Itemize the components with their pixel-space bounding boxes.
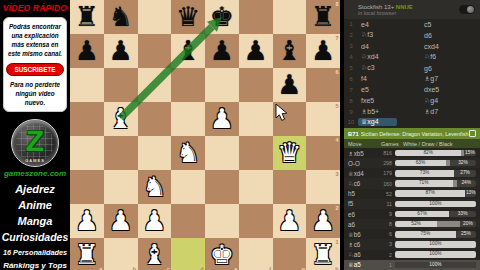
subscribe-button[interactable]: SUSCRIBETE — [6, 63, 64, 76]
square-b2[interactable]: ♟ — [104, 204, 138, 238]
video-title: VÍDEO RÁPIDO — [0, 3, 70, 13]
move-white-7[interactable]: e5 — [358, 86, 421, 93]
analysis-panel: Stockfish 13+ NNUE in local browser 1e4c… — [344, 0, 480, 270]
win-rate-bar: 100% — [395, 241, 476, 248]
win-rate-bar: 63%32% — [395, 160, 476, 167]
move-black-1[interactable]: c5 — [421, 21, 480, 28]
move-row-4: 4♘xd4♘f6 — [344, 52, 480, 63]
square-c6[interactable] — [138, 68, 172, 102]
piece-white-pawn-e5[interactable]: ♟ — [205, 102, 239, 136]
square-e6[interactable] — [205, 68, 239, 102]
move-white-8[interactable]: fxe5 — [358, 97, 421, 104]
square-c7[interactable] — [138, 34, 172, 68]
square-b1[interactable]: b — [104, 238, 138, 270]
white-win-segment: 100% — [395, 201, 476, 208]
explorer-move: ♗xb5 — [348, 150, 378, 157]
piece-black-king-e8[interactable]: ♚ — [205, 0, 239, 34]
square-a8[interactable]: ♜ — [70, 0, 104, 34]
piece-white-pawn-c2[interactable]: ♟ — [138, 204, 172, 238]
square-g1[interactable]: g — [273, 238, 307, 270]
piece-black-queen-d8[interactable]: ♛ — [171, 0, 205, 34]
win-rate-bar: 100% — [395, 201, 476, 208]
col-move: Move — [344, 141, 381, 147]
piece-black-pawn-b7[interactable]: ♟ — [104, 34, 138, 68]
white-win-segment: 82% — [395, 150, 461, 157]
piece-black-rook-h8[interactable]: ♜ — [306, 0, 340, 34]
coord-file-f: f — [269, 266, 271, 270]
explorer-move: ♕b6 — [348, 231, 378, 238]
square-c2[interactable]: ♟ — [138, 204, 172, 238]
explorer-move: h5 — [348, 190, 378, 197]
move-black-2[interactable]: d6 — [421, 32, 480, 39]
explorer-row-xd4[interactable]: ♕xd417973%27% — [344, 168, 480, 178]
explorer-row-c6[interactable]: ♘c616071%24% — [344, 178, 480, 188]
square-g7[interactable]: ♝ — [273, 34, 307, 68]
explorer-games-count: 179 — [378, 170, 395, 176]
square-d5[interactable] — [171, 102, 205, 136]
black-win-segment: 24% — [457, 180, 476, 187]
white-win-segment: 67% — [395, 211, 449, 218]
piece-white-rook-h1[interactable]: ♜ — [306, 238, 340, 270]
square-c5[interactable] — [138, 102, 172, 136]
square-a1[interactable]: ♜a — [70, 238, 104, 270]
square-h8[interactable]: ♜8 — [306, 0, 340, 34]
win-rate-bar: 100% — [395, 251, 476, 258]
piece-black-pawn-f7[interactable]: ♟ — [239, 34, 273, 68]
explorer-move: a6 — [348, 221, 378, 228]
move-row-5: 5♘c3g6 — [344, 63, 480, 74]
piece-white-knight-c3[interactable]: ♞ — [138, 170, 172, 204]
screenshot-root: VÍDEO RÁPIDO Podrás encontrar una explic… — [0, 0, 480, 270]
white-win-segment: 100% — [395, 241, 476, 248]
menu-item-4: Curiosidades — [0, 231, 70, 243]
explorer-row-xb5[interactable]: ♗xb581682%15% — [344, 148, 480, 158]
square-b7[interactable]: ♟ — [104, 34, 138, 68]
black-win-segment: 33% — [449, 211, 476, 218]
win-rate-bar: 75%25% — [395, 231, 476, 238]
square-b5[interactable]: ♝ — [104, 102, 138, 136]
move-row-1: 1e4c5 — [344, 19, 480, 30]
square-f2[interactable] — [239, 204, 273, 238]
engine-bar: Stockfish 13+ NNUE in local browser — [344, 0, 480, 19]
square-d1[interactable]: d — [171, 238, 205, 270]
square-f3[interactable] — [239, 170, 273, 204]
move-black-4[interactable]: ♘f6 — [421, 53, 480, 61]
square-a3[interactable] — [70, 170, 104, 204]
square-h1[interactable]: ♜1h — [306, 238, 340, 270]
engine-toggle[interactable] — [459, 5, 475, 14]
square-g4[interactable]: ♛ — [273, 136, 307, 170]
explorer-move: ♕a5 — [348, 261, 378, 268]
explorer-move: ♕xd4 — [348, 170, 378, 177]
move-list: 1e4c52♘f3d63d4cxd44♘xd4♘f65♘c3g66f4♗g77e… — [344, 19, 480, 128]
piece-black-rook-a8[interactable]: ♜ — [70, 0, 104, 34]
square-c4[interactable] — [138, 136, 172, 170]
square-h2[interactable]: ♟2 — [306, 204, 340, 238]
square-e5[interactable]: ♟ — [205, 102, 239, 136]
square-a4[interactable] — [70, 136, 104, 170]
square-c1[interactable]: ♝c — [138, 238, 172, 270]
square-a6[interactable] — [70, 68, 104, 102]
square-f6[interactable] — [239, 68, 273, 102]
piece-black-knight-b8[interactable]: ♞ — [104, 0, 138, 34]
piece-black-pawn-g6[interactable]: ♟ — [273, 68, 307, 102]
square-c3[interactable]: ♞ — [138, 170, 172, 204]
square-e7[interactable]: ♟ — [205, 34, 239, 68]
win-rate-bar: 82%15% — [395, 150, 476, 157]
explorer-settings-icon[interactable] — [469, 130, 476, 137]
move-row-3: 3d4cxd4 — [344, 41, 480, 52]
explorer-move: ♗c6 — [348, 241, 378, 248]
explorer-move: e6 — [348, 211, 378, 218]
move-number: 8 — [344, 98, 358, 104]
logo-z-letter: Z — [12, 121, 58, 161]
menu-item-1: Ajedrez — [0, 183, 70, 195]
site-url: gameszone.com — [0, 169, 70, 178]
draw-segment — [437, 221, 460, 228]
white-win-segment: 75% — [395, 231, 456, 238]
explorer-row-b6[interactable]: ♕b6675%25% — [344, 229, 480, 239]
explorer-row-c6[interactable]: ♗c63100% — [344, 239, 480, 249]
square-g8[interactable] — [273, 0, 307, 34]
square-h4[interactable]: 4 — [306, 136, 340, 170]
square-e3[interactable] — [205, 170, 239, 204]
explorer-row-f5[interactable]: f511100% — [344, 199, 480, 209]
explorer-games-count: 1 — [378, 262, 395, 268]
square-d4[interactable]: ♞ — [171, 136, 205, 170]
info-text-top: Podrás encontrar una explicación más ext… — [6, 22, 64, 59]
square-b4[interactable] — [104, 136, 138, 170]
piece-white-pawn-a2[interactable]: ♟ — [70, 204, 104, 238]
explorer-move: f5 — [348, 200, 378, 207]
move-number: 3 — [344, 43, 358, 49]
move-white-1[interactable]: e4 — [358, 21, 421, 28]
col-games: Games — [381, 141, 403, 147]
square-d7[interactable]: ♝ — [171, 34, 205, 68]
coord-rank-3: 3 — [335, 171, 338, 177]
move-row-9: 9♗b5+♗d7 — [344, 106, 480, 117]
square-d8[interactable]: ♛ — [171, 0, 205, 34]
coord-file-b: b — [133, 266, 136, 270]
square-f4[interactable] — [239, 136, 273, 170]
engine-subtitle: in local browser — [358, 10, 459, 16]
move-number: 7 — [344, 87, 358, 93]
square-f7[interactable]: ♟ — [239, 34, 273, 68]
win-rate-bar: 67%33% — [395, 211, 476, 218]
explorer-games-count: 8 — [378, 221, 395, 227]
move-row-7: 7e5dxe5 — [344, 84, 480, 95]
piece-white-queen-g4[interactable]: ♛ — [273, 136, 307, 170]
square-b3[interactable] — [104, 170, 138, 204]
square-h6[interactable]: 6 — [306, 68, 340, 102]
move-white-5[interactable]: ♘c3 — [358, 64, 421, 72]
white-win-segment: 52% — [395, 221, 437, 228]
square-d6[interactable] — [171, 68, 205, 102]
square-h5[interactable]: 5 — [306, 102, 340, 136]
move-number: 9 — [344, 109, 358, 115]
move-white-3[interactable]: d4 — [358, 43, 421, 50]
square-e4[interactable] — [205, 136, 239, 170]
move-number: 5 — [344, 65, 358, 71]
move-black-6[interactable]: ♗g7 — [421, 75, 480, 83]
move-row-10: 10♕xg4 — [344, 117, 480, 128]
info-card: Podrás encontrar una explicación más ext… — [3, 17, 67, 112]
explorer-games-count: 2 — [378, 252, 395, 258]
opening-name: Sicilian Defense: Dragon Variation, Leve… — [361, 131, 469, 137]
coord-rank-4: 4 — [335, 137, 338, 143]
move-number: 10 — [344, 119, 358, 125]
black-win-segment: 27% — [454, 170, 476, 177]
move-number: 2 — [344, 32, 358, 38]
black-win-segment: 32% — [450, 160, 476, 167]
square-a7[interactable]: ♟ — [70, 34, 104, 68]
explorer-row-a6[interactable]: ♘a62100% — [344, 250, 480, 260]
move-black-5[interactable]: g6 — [421, 65, 480, 72]
white-win-segment: 71% — [395, 180, 453, 187]
move-black-7[interactable]: dxe5 — [421, 86, 480, 93]
move-white-6[interactable]: f4 — [358, 75, 421, 82]
toggle-knob — [467, 6, 474, 13]
piece-white-bishop-c1[interactable]: ♝ — [138, 238, 172, 270]
move-black-8[interactable]: ♘g4 — [421, 97, 480, 105]
move-number: 4 — [344, 54, 358, 60]
piece-white-knight-d4[interactable]: ♞ — [171, 136, 205, 170]
square-e8[interactable]: ♚ — [205, 0, 239, 34]
square-a2[interactable]: ♟ — [70, 204, 104, 238]
square-b8[interactable]: ♞ — [104, 0, 138, 34]
explorer-move: ♘a6 — [348, 251, 378, 258]
piece-white-king-e1[interactable]: ♚ — [205, 238, 239, 270]
opening-bar: B71 Sicilian Defense: Dragon Variation, … — [344, 128, 480, 139]
square-g5[interactable] — [273, 102, 307, 136]
explorer-games-count: 6 — [378, 231, 395, 237]
move-row-8: 8fxe5♘g4 — [344, 95, 480, 106]
move-black-9[interactable]: ♗d7 — [421, 108, 480, 116]
explorer-games-count: 3 — [378, 241, 395, 247]
move-white-9[interactable]: ♗b5+ — [358, 108, 421, 116]
black-win-segment: 15% — [464, 150, 476, 157]
square-h3[interactable]: 3 — [306, 170, 340, 204]
info-text-bottom: Para no perderte ningún video nuevo. — [6, 80, 64, 107]
piece-black-pawn-h7[interactable]: ♟ — [306, 34, 340, 68]
black-win-segment: 100% — [395, 262, 476, 269]
square-e1[interactable]: ♚e — [205, 238, 239, 270]
move-number: 1 — [344, 21, 358, 27]
coord-file-g: g — [301, 266, 304, 270]
menu-item-2: Anime — [0, 199, 70, 211]
explorer-games-count: 816 — [378, 150, 395, 156]
win-rate-bar: 87%13% — [395, 190, 476, 197]
square-f1[interactable]: f — [239, 238, 273, 270]
piece-white-pawn-h2[interactable]: ♟ — [306, 204, 340, 238]
square-b6[interactable] — [104, 68, 138, 102]
eco-code: B71 — [348, 131, 359, 137]
explorer-row-a6[interactable]: a6852%20% — [344, 219, 480, 229]
win-rate-bar: 52%20% — [395, 221, 476, 228]
explorer-games-count: 52 — [378, 191, 395, 197]
move-number: 6 — [344, 76, 358, 82]
explorer-games-count: 298 — [378, 160, 395, 166]
explorer-rows: ♗xb581682%15%O-O29863%32%♕xd417973%27%♘c… — [344, 148, 480, 270]
black-win-segment: 25% — [456, 231, 476, 238]
explorer-row-a5[interactable]: ♕a51100% — [344, 260, 480, 270]
square-f8[interactable] — [239, 0, 273, 34]
piece-white-rook-a1[interactable]: ♜ — [70, 238, 104, 270]
explorer-move: O-O — [348, 160, 378, 167]
square-g2[interactable]: ♟ — [273, 204, 307, 238]
square-a5[interactable] — [70, 102, 104, 136]
square-h7[interactable]: ♟7 — [306, 34, 340, 68]
square-d3[interactable] — [171, 170, 205, 204]
piece-black-bishop-g7[interactable]: ♝ — [273, 34, 307, 68]
explorer-games-count: 9 — [378, 211, 395, 217]
piece-white-pawn-g2[interactable]: ♟ — [273, 204, 307, 238]
explorer-row-O-O[interactable]: O-O29863%32% — [344, 158, 480, 168]
explorer-header: Move Games White / Draw / Black — [344, 139, 480, 148]
win-rate-bar: 100% — [395, 262, 476, 269]
square-e2[interactable] — [205, 204, 239, 238]
move-black-3[interactable]: cxd4 — [421, 43, 480, 50]
piece-black-bishop-d7[interactable]: ♝ — [171, 34, 205, 68]
white-win-segment: 73% — [395, 170, 454, 177]
logo-games-label: GAMES — [12, 158, 58, 163]
menu-item-5: 16 Personalidades — [0, 248, 70, 257]
explorer-row-e6[interactable]: e6967%33% — [344, 209, 480, 219]
square-f5[interactable] — [239, 102, 273, 136]
white-win-segment: 87% — [395, 190, 465, 197]
video-sidebar: VÍDEO RÁPIDO Podrás encontrar una explic… — [0, 0, 70, 270]
coord-file-d: d — [200, 266, 203, 270]
channel-logo: Z GAMES — [11, 119, 59, 167]
engine-nnue-badge: NNUE — [396, 4, 413, 10]
move-white-4[interactable]: ♘xd4 — [358, 53, 421, 61]
piece-white-bishop-b5[interactable]: ♝ — [104, 102, 138, 136]
move-white-2[interactable]: ♘f3 — [358, 31, 421, 39]
square-d2[interactable] — [171, 204, 205, 238]
coord-rank-6: 6 — [335, 69, 338, 75]
topics-menu: AjedrezAnimeMangaCuriosidades16 Personal… — [0, 183, 70, 270]
move-white-10[interactable]: ♕xg4 — [358, 118, 397, 126]
move-row-2: 2♘f3d6 — [344, 30, 480, 41]
coord-rank-5: 5 — [335, 103, 338, 109]
explorer-row-h5[interactable]: h55287%13% — [344, 189, 480, 199]
chess-board[interactable]: ♜♞♛♚♜8♟♟♝♟♟♝♟7♟6♝♟5♞♛4♞3♟♟♟♟♟2♜ab♝cd♚efg… — [70, 0, 340, 270]
piece-black-pawn-a7[interactable]: ♟ — [70, 34, 104, 68]
explorer-games-count: 160 — [378, 181, 395, 187]
piece-black-pawn-e7[interactable]: ♟ — [205, 34, 239, 68]
move-row-6: 6f4♗g7 — [344, 73, 480, 84]
explorer-move: ♘c6 — [348, 180, 378, 187]
square-c8[interactable] — [138, 0, 172, 34]
win-rate-bar: 73%27% — [395, 170, 476, 177]
menu-item-6: Ránkings y Tops — [0, 261, 70, 270]
black-win-segment: 13% — [465, 190, 476, 197]
square-g6[interactable]: ♟ — [273, 68, 307, 102]
white-win-segment: 100% — [395, 251, 476, 258]
menu-item-3: Manga — [0, 215, 70, 227]
black-win-segment: 20% — [460, 221, 476, 228]
white-win-segment: 63% — [395, 160, 446, 167]
piece-white-pawn-b2[interactable]: ♟ — [104, 204, 138, 238]
col-wdb: White / Draw / Black — [403, 141, 480, 147]
explorer-games-count: 11 — [378, 201, 395, 207]
square-g3[interactable] — [273, 170, 307, 204]
win-rate-bar: 71%24% — [395, 180, 476, 187]
